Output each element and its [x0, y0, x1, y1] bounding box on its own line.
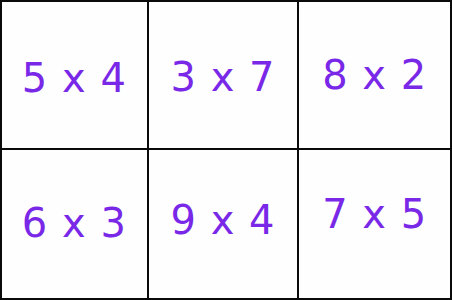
- flashcard-6x3[interactable]: 6 x 3: [2, 150, 149, 298]
- expression-label: 7 x 5: [322, 194, 427, 234]
- expression-label: 5 x 4: [22, 58, 127, 98]
- expression-label: 8 x 2: [322, 55, 427, 95]
- flashcard-9x4[interactable]: 9 x 4: [149, 150, 300, 298]
- flashcard-5x4[interactable]: 5 x 4: [2, 2, 149, 150]
- flashcard-grid: 5 x 4 3 x 7 8 x 2 6 x 3 9 x 4 7 x 5: [0, 0, 452, 300]
- expression-label: 3 x 7: [171, 57, 276, 97]
- flashcard-3x7[interactable]: 3 x 7: [149, 2, 300, 150]
- expression-label: 6 x 3: [22, 203, 127, 243]
- flashcard-8x2[interactable]: 8 x 2: [299, 2, 450, 150]
- expression-label: 9 x 4: [171, 200, 276, 240]
- flashcard-7x5[interactable]: 7 x 5: [299, 150, 450, 298]
